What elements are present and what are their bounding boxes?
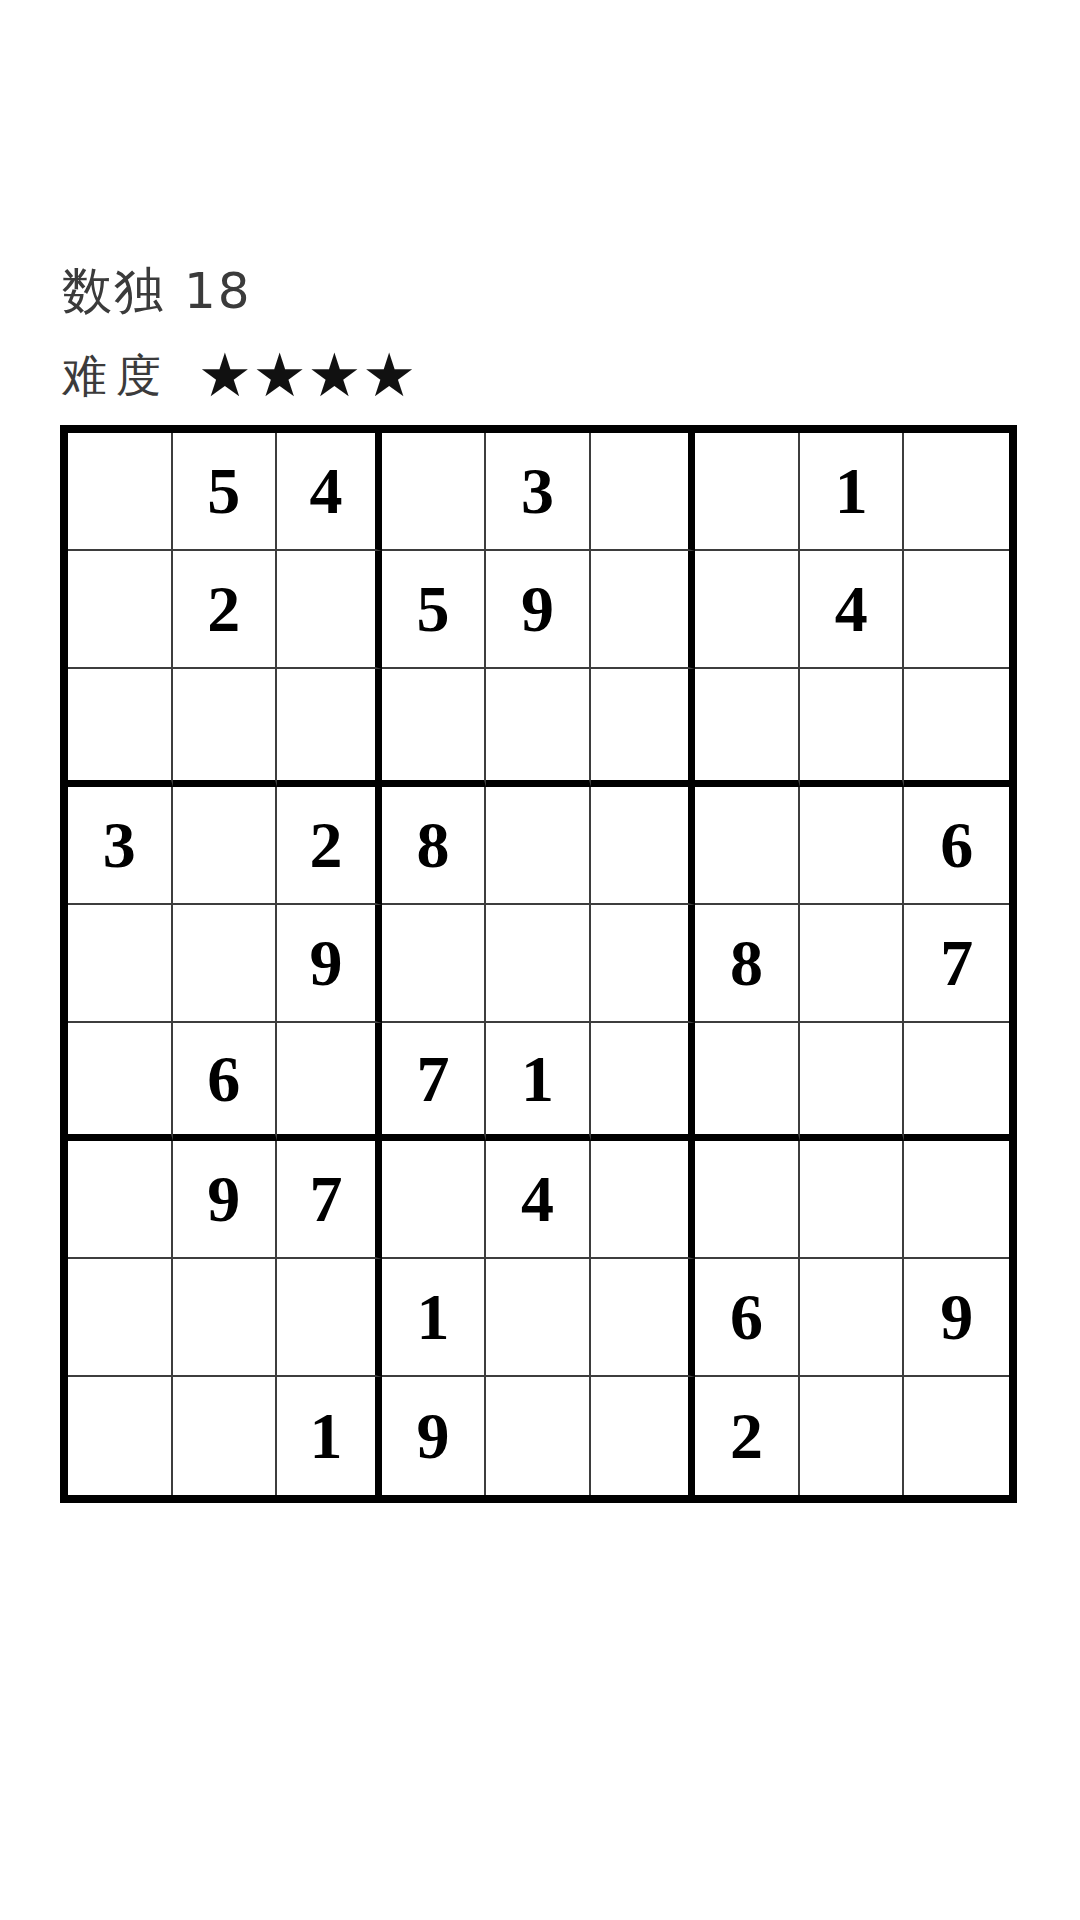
cell-r8c9[interactable]: 9 xyxy=(904,1259,1009,1377)
cell-r2c3[interactable] xyxy=(277,551,382,669)
cell-r7c7[interactable] xyxy=(695,1141,800,1259)
cell-r7c3[interactable]: 7 xyxy=(277,1141,382,1259)
cell-r9c6[interactable] xyxy=(591,1377,696,1495)
cell-r1c5[interactable]: 3 xyxy=(486,433,591,551)
cell-r5c6[interactable] xyxy=(591,905,696,1023)
cell-r1c2[interactable]: 5 xyxy=(173,433,278,551)
cell-r8c2[interactable] xyxy=(173,1259,278,1377)
cell-r6c3[interactable] xyxy=(277,1023,382,1141)
cell-r1c9[interactable] xyxy=(904,433,1009,551)
cell-r9c5[interactable] xyxy=(486,1377,591,1495)
cell-r9c8[interactable] xyxy=(800,1377,905,1495)
cell-r8c3[interactable] xyxy=(277,1259,382,1377)
cell-r9c9[interactable] xyxy=(904,1377,1009,1495)
cell-r4c3[interactable]: 2 xyxy=(277,787,382,905)
cell-r2c1[interactable] xyxy=(68,551,173,669)
cell-r5c9[interactable]: 7 xyxy=(904,905,1009,1023)
cell-r5c3[interactable]: 9 xyxy=(277,905,382,1023)
cell-r6c4[interactable]: 7 xyxy=(382,1023,487,1141)
cell-r9c7[interactable]: 2 xyxy=(695,1377,800,1495)
cell-r6c6[interactable] xyxy=(591,1023,696,1141)
cell-r8c8[interactable] xyxy=(800,1259,905,1377)
cell-r2c8[interactable]: 4 xyxy=(800,551,905,669)
cell-r2c9[interactable] xyxy=(904,551,1009,669)
cell-r2c5[interactable]: 9 xyxy=(486,551,591,669)
cell-r4c6[interactable] xyxy=(591,787,696,905)
cell-r2c6[interactable] xyxy=(591,551,696,669)
cell-r1c4[interactable] xyxy=(382,433,487,551)
cell-r7c5[interactable]: 4 xyxy=(486,1141,591,1259)
cell-r3c7[interactable] xyxy=(695,669,800,787)
difficulty-stars-icon: ★★★★ xyxy=(198,345,417,405)
cell-r3c4[interactable] xyxy=(382,669,487,787)
cell-r8c7[interactable]: 6 xyxy=(695,1259,800,1377)
cell-r7c2[interactable]: 9 xyxy=(173,1141,278,1259)
cell-r4c9[interactable]: 6 xyxy=(904,787,1009,905)
difficulty-label: 难度 xyxy=(62,353,170,398)
cell-r9c2[interactable] xyxy=(173,1377,278,1495)
cell-r4c2[interactable] xyxy=(173,787,278,905)
cell-r3c8[interactable] xyxy=(800,669,905,787)
cell-r7c9[interactable] xyxy=(904,1141,1009,1259)
cell-r5c7[interactable]: 8 xyxy=(695,905,800,1023)
cell-r2c4[interactable]: 5 xyxy=(382,551,487,669)
cell-r1c8[interactable]: 1 xyxy=(800,433,905,551)
cell-r3c6[interactable] xyxy=(591,669,696,787)
cell-r3c9[interactable] xyxy=(904,669,1009,787)
cell-r7c4[interactable] xyxy=(382,1141,487,1259)
cell-r2c2[interactable]: 2 xyxy=(173,551,278,669)
cell-r6c5[interactable]: 1 xyxy=(486,1023,591,1141)
cell-r6c8[interactable] xyxy=(800,1023,905,1141)
cell-r8c4[interactable]: 1 xyxy=(382,1259,487,1377)
cell-r4c4[interactable]: 8 xyxy=(382,787,487,905)
cell-r5c5[interactable] xyxy=(486,905,591,1023)
cell-r5c4[interactable] xyxy=(382,905,487,1023)
cell-r1c6[interactable] xyxy=(591,433,696,551)
cell-r5c1[interactable] xyxy=(68,905,173,1023)
cell-r1c3[interactable]: 4 xyxy=(277,433,382,551)
cell-r9c1[interactable] xyxy=(68,1377,173,1495)
sudoku-board: 543125943286987671974169192 xyxy=(60,425,1017,1503)
cell-r1c7[interactable] xyxy=(695,433,800,551)
cell-r8c5[interactable] xyxy=(486,1259,591,1377)
cell-r8c6[interactable] xyxy=(591,1259,696,1377)
cell-r4c5[interactable] xyxy=(486,787,591,905)
cell-r5c2[interactable] xyxy=(173,905,278,1023)
cell-r7c8[interactable] xyxy=(800,1141,905,1259)
cell-r4c1[interactable]: 3 xyxy=(68,787,173,905)
cell-r9c3[interactable]: 1 xyxy=(277,1377,382,1495)
cell-r8c1[interactable] xyxy=(68,1259,173,1377)
cell-r4c8[interactable] xyxy=(800,787,905,905)
difficulty-row: 难度 ★★★★ xyxy=(62,344,417,406)
cell-r4c7[interactable] xyxy=(695,787,800,905)
cell-r3c1[interactable] xyxy=(68,669,173,787)
cell-r3c3[interactable] xyxy=(277,669,382,787)
cell-r6c7[interactable] xyxy=(695,1023,800,1141)
cell-r1c1[interactable] xyxy=(68,433,173,551)
cell-r6c1[interactable] xyxy=(68,1023,173,1141)
cell-r3c5[interactable] xyxy=(486,669,591,787)
cell-r9c4[interactable]: 9 xyxy=(382,1377,487,1495)
page-title: 数独 18 xyxy=(62,263,252,321)
cell-r6c9[interactable] xyxy=(904,1023,1009,1141)
cell-r3c2[interactable] xyxy=(173,669,278,787)
cell-r7c6[interactable] xyxy=(591,1141,696,1259)
cell-r6c2[interactable]: 6 xyxy=(173,1023,278,1141)
cell-r5c8[interactable] xyxy=(800,905,905,1023)
cell-r2c7[interactable] xyxy=(695,551,800,669)
cell-r7c1[interactable] xyxy=(68,1141,173,1259)
